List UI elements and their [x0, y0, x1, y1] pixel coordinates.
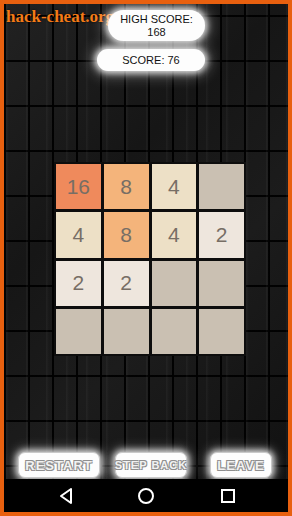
recents-icon[interactable]	[220, 488, 236, 504]
tile-r4c4	[199, 309, 244, 354]
android-navbar	[4, 479, 288, 512]
board[interactable]: 1684484222	[54, 162, 246, 356]
back-icon[interactable]	[58, 487, 74, 505]
high-score-label: HIGH SCORE:	[120, 13, 193, 26]
tile-r3c2: 2	[104, 261, 149, 306]
tile-r4c1	[56, 309, 101, 354]
high-score-badge: HIGH SCORE: 168	[108, 10, 205, 41]
high-score-value: 168	[147, 26, 165, 39]
tile-r3c1: 2	[56, 261, 101, 306]
tile-r2c3: 4	[152, 212, 197, 257]
tile-r2c4: 2	[199, 212, 244, 257]
score-badge: SCORE: 76	[97, 49, 205, 71]
tile-r1c4	[199, 164, 244, 209]
tile-r2c1: 4	[56, 212, 101, 257]
restart-button[interactable]: RESTART	[18, 452, 100, 478]
watermark: hack-cheat.org	[6, 7, 114, 27]
leave-button[interactable]: LEAVE	[210, 452, 272, 478]
tile-r2c2: 8	[104, 212, 149, 257]
tile-r4c2	[104, 309, 149, 354]
game-screen: hack-cheat.org HIGH SCORE: 168 SCORE: 76…	[0, 0, 292, 516]
tile-r3c3	[152, 261, 197, 306]
step-back-button[interactable]: STEP BACK	[115, 452, 187, 478]
home-icon[interactable]	[137, 487, 155, 505]
tile-r4c3	[152, 309, 197, 354]
tile-r1c2: 8	[104, 164, 149, 209]
tile-r1c1: 16	[56, 164, 101, 209]
score-value: SCORE: 76	[122, 54, 179, 67]
tile-r1c3: 4	[152, 164, 197, 209]
tile-r3c4	[199, 261, 244, 306]
